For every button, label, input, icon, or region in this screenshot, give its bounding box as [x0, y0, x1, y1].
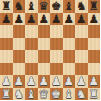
piece-white-queen[interactable]: ♛ [39, 88, 49, 101]
piece-white-pawn[interactable]: ♟ [26, 75, 36, 88]
square-d5[interactable] [38, 38, 51, 51]
square-e4[interactable] [50, 50, 63, 63]
square-e8[interactable]: ♚ [50, 0, 63, 13]
piece-white-rook[interactable]: ♜ [89, 88, 99, 101]
square-a7[interactable]: ♟ [0, 13, 13, 26]
square-c8[interactable]: ♝ [25, 0, 38, 13]
piece-black-pawn[interactable]: ♟ [39, 13, 49, 26]
piece-black-queen[interactable]: ♛ [39, 0, 49, 13]
piece-black-pawn[interactable]: ♟ [76, 13, 86, 26]
square-g5[interactable] [75, 38, 88, 51]
square-g4[interactable] [75, 50, 88, 63]
square-b7[interactable]: ♟ [13, 13, 26, 26]
square-d3[interactable] [38, 63, 51, 76]
piece-black-knight[interactable]: ♞ [14, 0, 24, 13]
piece-white-pawn[interactable]: ♟ [39, 75, 49, 88]
square-c1[interactable]: ♝ [25, 88, 38, 101]
square-d8[interactable]: ♛ [38, 0, 51, 13]
square-g6[interactable] [75, 25, 88, 38]
square-b2[interactable]: ♟ [13, 75, 26, 88]
square-h1[interactable]: ♜ [88, 88, 101, 101]
square-b1[interactable]: ♞ [13, 88, 26, 101]
piece-white-king[interactable]: ♚ [51, 88, 61, 101]
piece-white-pawn[interactable]: ♟ [64, 75, 74, 88]
square-e5[interactable] [50, 38, 63, 51]
square-g2[interactable]: ♟ [75, 75, 88, 88]
square-d1[interactable]: ♛ [38, 88, 51, 101]
piece-black-pawn[interactable]: ♟ [14, 13, 24, 26]
square-b3[interactable] [13, 63, 26, 76]
square-f5[interactable] [63, 38, 76, 51]
square-c4[interactable] [25, 50, 38, 63]
square-g3[interactable] [75, 63, 88, 76]
square-h4[interactable] [88, 50, 101, 63]
square-g7[interactable]: ♟ [75, 13, 88, 26]
piece-black-rook[interactable]: ♜ [89, 0, 99, 13]
piece-black-rook[interactable]: ♜ [1, 0, 11, 13]
square-c3[interactable] [25, 63, 38, 76]
square-f2[interactable]: ♟ [63, 75, 76, 88]
piece-black-bishop[interactable]: ♝ [26, 0, 36, 13]
square-e2[interactable]: ♟ [50, 75, 63, 88]
square-f8[interactable]: ♝ [63, 0, 76, 13]
piece-white-pawn[interactable]: ♟ [76, 75, 86, 88]
piece-white-pawn[interactable]: ♟ [1, 75, 11, 88]
square-e7[interactable]: ♟ [50, 13, 63, 26]
square-h2[interactable]: ♟ [88, 75, 101, 88]
square-f3[interactable] [63, 63, 76, 76]
square-a8[interactable]: ♜ [0, 0, 13, 13]
square-b8[interactable]: ♞ [13, 0, 26, 13]
piece-black-pawn[interactable]: ♟ [64, 13, 74, 26]
square-f1[interactable]: ♝ [63, 88, 76, 101]
piece-white-pawn[interactable]: ♟ [51, 75, 61, 88]
square-a2[interactable]: ♟ [0, 75, 13, 88]
square-c6[interactable] [25, 25, 38, 38]
square-g1[interactable]: ♞ [75, 88, 88, 101]
square-f4[interactable] [63, 50, 76, 63]
piece-black-pawn[interactable]: ♟ [26, 13, 36, 26]
square-a1[interactable]: ♜ [0, 88, 13, 101]
square-h5[interactable] [88, 38, 101, 51]
square-h8[interactable]: ♜ [88, 0, 101, 13]
square-a5[interactable] [0, 38, 13, 51]
square-h7[interactable]: ♟ [88, 13, 101, 26]
piece-black-knight[interactable]: ♞ [76, 0, 86, 13]
square-d2[interactable]: ♟ [38, 75, 51, 88]
square-c5[interactable] [25, 38, 38, 51]
piece-black-king[interactable]: ♚ [51, 0, 61, 13]
square-c7[interactable]: ♟ [25, 13, 38, 26]
square-h3[interactable] [88, 63, 101, 76]
piece-white-pawn[interactable]: ♟ [14, 75, 24, 88]
square-e3[interactable] [50, 63, 63, 76]
square-e6[interactable] [50, 25, 63, 38]
piece-white-knight[interactable]: ♞ [76, 88, 86, 101]
piece-white-knight[interactable]: ♞ [14, 88, 24, 101]
chess-board[interactable]: ♜♞♝♛♚♝♞♜♟♟♟♟♟♟♟♟♟♟♟♟♟♟♟♟♜♞♝♛♚♝♞♜ [0, 0, 100, 100]
piece-white-pawn[interactable]: ♟ [89, 75, 99, 88]
square-d4[interactable] [38, 50, 51, 63]
square-f7[interactable]: ♟ [63, 13, 76, 26]
square-a3[interactable] [0, 63, 13, 76]
piece-black-bishop[interactable]: ♝ [64, 0, 74, 13]
square-d6[interactable] [38, 25, 51, 38]
square-f6[interactable] [63, 25, 76, 38]
square-a4[interactable] [0, 50, 13, 63]
piece-black-pawn[interactable]: ♟ [1, 13, 11, 26]
square-a6[interactable] [0, 25, 13, 38]
piece-black-pawn[interactable]: ♟ [89, 13, 99, 26]
square-d7[interactable]: ♟ [38, 13, 51, 26]
piece-white-bishop[interactable]: ♝ [26, 88, 36, 101]
square-h6[interactable] [88, 25, 101, 38]
piece-white-rook[interactable]: ♜ [1, 88, 11, 101]
square-g8[interactable]: ♞ [75, 0, 88, 13]
square-b6[interactable] [13, 25, 26, 38]
piece-black-pawn[interactable]: ♟ [51, 13, 61, 26]
square-c2[interactable]: ♟ [25, 75, 38, 88]
square-e1[interactable]: ♚ [50, 88, 63, 101]
square-b4[interactable] [13, 50, 26, 63]
square-b5[interactable] [13, 38, 26, 51]
piece-white-bishop[interactable]: ♝ [64, 88, 74, 101]
